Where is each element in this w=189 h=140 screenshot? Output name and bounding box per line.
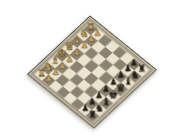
photo-background: ♜♟♟♜♞♟♟♞♝♟♟♝♛♟♟♛♚♟♟♚♝♟♟♝♞♟♟♞♜♟♟♜ <box>0 0 189 140</box>
board-squares: ♜♟♟♜♞♟♟♞♝♟♟♝♛♟♟♛♚♟♟♚♝♟♟♝♞♟♟♞♜♟♟♜ <box>35 23 148 121</box>
white-pawn[interactable]: ♟ <box>80 41 88 50</box>
board-frame-band: ♜♟♟♜♞♟♟♞♝♟♟♝♛♟♟♛♚♟♟♚♝♟♟♝♞♟♟♞♜♟♟♜ <box>30 18 154 126</box>
board-frame-inner-line: ♜♟♟♜♞♟♟♞♝♟♟♝♛♟♟♛♚♟♟♚♝♟♟♝♞♟♟♞♜♟♟♜ <box>34 22 150 123</box>
board-frame-outer-line: ♜♟♟♜♞♟♟♞♝♟♟♝♛♟♟♛♚♟♟♚♝♟♟♝♞♟♟♞♜♟♟♜ <box>28 17 155 128</box>
chessboard: ♜♟♟♜♞♟♟♞♝♟♟♝♛♟♟♛♚♟♟♚♝♟♟♝♞♟♟♞♜♟♟♜ <box>27 15 157 128</box>
board-outer-edge: ♜♟♟♜♞♟♟♞♝♟♟♝♛♟♟♛♚♟♟♚♝♟♟♝♞♟♟♞♜♟♟♜ <box>27 15 157 128</box>
black-rook[interactable]: ♜ <box>88 109 97 119</box>
white-pawn[interactable]: ♟ <box>66 55 74 64</box>
white-pawn[interactable]: ♟ <box>73 48 81 57</box>
white-pawn[interactable]: ♟ <box>45 74 53 83</box>
